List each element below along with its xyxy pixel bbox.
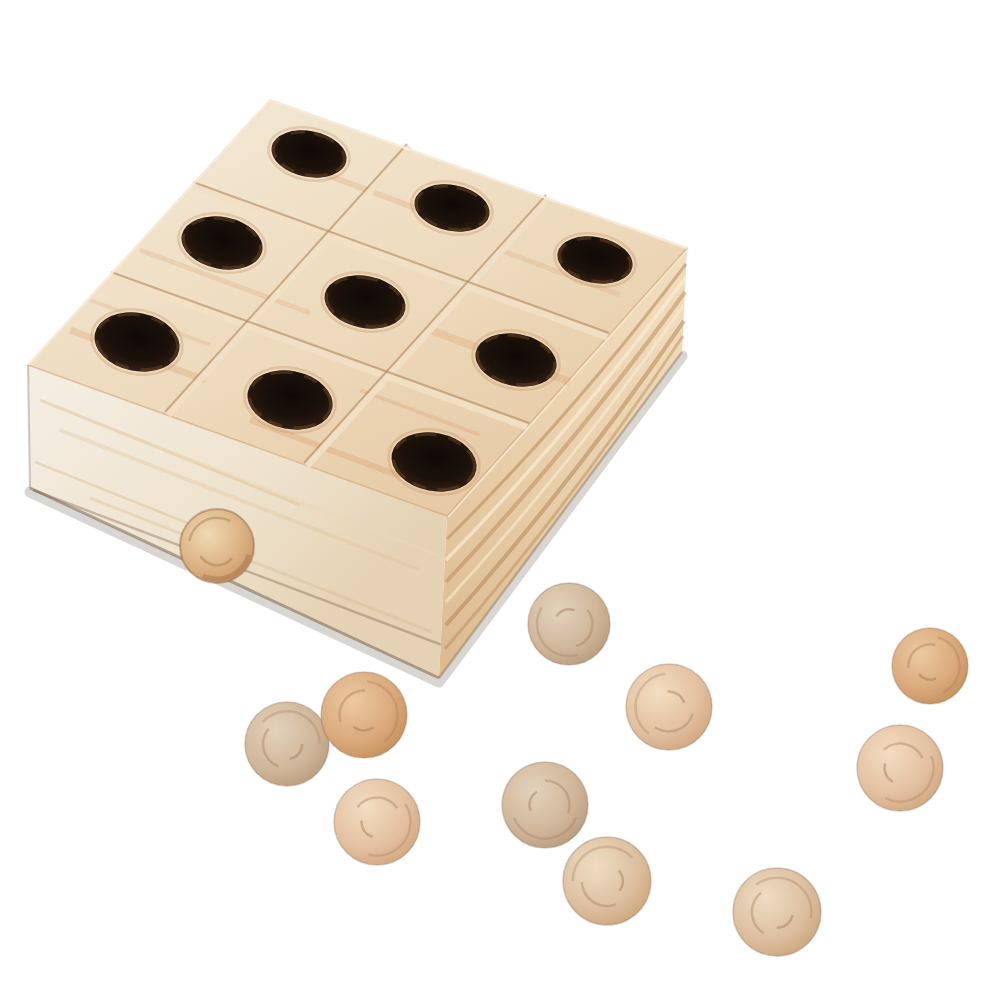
scene-svg (0, 0, 1000, 1000)
ball-body (892, 628, 968, 704)
wooden-ball-2[interactable] (321, 672, 407, 758)
wooden-ball-9[interactable] (892, 628, 968, 704)
wooden-ball-1[interactable] (241, 698, 334, 791)
wooden-ball-4[interactable] (502, 762, 589, 849)
ball-body (528, 583, 610, 665)
product-photo (0, 0, 1000, 1000)
ball-body (563, 837, 651, 925)
knob-face[interactable] (180, 509, 254, 583)
wooden-ball-10[interactable] (857, 725, 944, 812)
wooden-ball-3[interactable] (331, 776, 423, 868)
ball-body (626, 664, 712, 750)
ball-body (245, 702, 329, 786)
wooden-ball-5[interactable] (528, 583, 610, 665)
ball-body (321, 672, 407, 758)
ball-body (857, 725, 943, 811)
wooden-ball-6[interactable] (622, 660, 716, 754)
wooden-ball-8[interactable] (729, 864, 825, 960)
ball-body (502, 762, 588, 848)
ball-body (733, 868, 821, 956)
wooden-ball-7[interactable] (563, 837, 651, 925)
ball-body (334, 779, 420, 865)
